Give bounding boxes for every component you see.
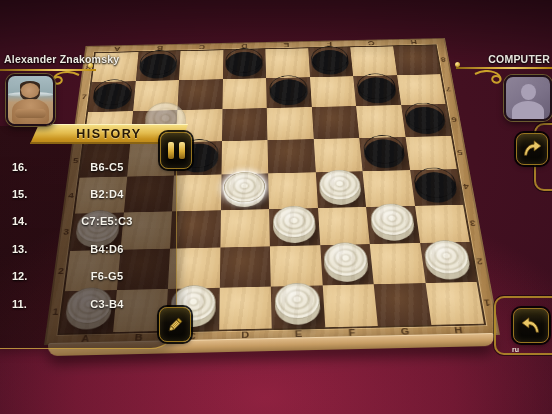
- history-row: 15.B2:D4: [0, 180, 176, 207]
- computer-avatar: [504, 75, 552, 121]
- square-c7[interactable]: [177, 79, 222, 110]
- square-d8[interactable]: [223, 49, 267, 79]
- square-h2[interactable]: [420, 242, 477, 283]
- computer-divider-dot: [455, 62, 460, 67]
- piece-black-a7[interactable]: [91, 83, 132, 110]
- person-silhouette-icon: [512, 101, 544, 121]
- file-label-c-top: C: [181, 43, 224, 51]
- piece-black-h4[interactable]: [413, 172, 459, 203]
- piece-black-g5[interactable]: [363, 139, 406, 169]
- piece-white-e1[interactable]: [274, 288, 320, 325]
- piece-black-h6[interactable]: [404, 106, 447, 134]
- move-text: C7:E5:C3: [38, 215, 176, 227]
- move-text: F6-G5: [38, 270, 176, 282]
- square-g2[interactable]: [370, 243, 425, 284]
- file-label-f-top: F: [307, 40, 350, 48]
- square-e8[interactable]: [265, 48, 309, 78]
- avatar-arms: [15, 109, 46, 118]
- square-g1[interactable]: [374, 283, 431, 326]
- piece-white-h2[interactable]: [424, 245, 473, 280]
- pause-icon: [168, 142, 174, 159]
- history-row: 13.B4:D6: [0, 235, 176, 262]
- file-label-a-top: A: [96, 45, 139, 53]
- square-f4[interactable]: [315, 171, 366, 207]
- piece-white-f4[interactable]: [319, 174, 363, 205]
- back-arrow-icon: [520, 315, 542, 337]
- square-g6[interactable]: [356, 105, 405, 138]
- pause-button[interactable]: [160, 132, 192, 169]
- player-divider-dot: [88, 63, 93, 68]
- history-row: 16.B6-C5: [0, 153, 176, 180]
- move-number: 14.: [12, 215, 38, 227]
- locale-label: ru: [512, 346, 519, 353]
- square-e6[interactable]: [267, 107, 314, 140]
- move-number: 12.: [12, 270, 38, 282]
- square-d3[interactable]: [220, 209, 270, 248]
- pause-icon: [179, 142, 185, 159]
- move-number: 15.: [12, 188, 38, 200]
- square-h5[interactable]: [405, 136, 457, 170]
- square-c4[interactable]: [172, 174, 221, 211]
- board-coordinates: AABBCCDDEEFFGGHH1122334455667788: [86, 38, 445, 46]
- square-h1[interactable]: [425, 282, 484, 325]
- square-f5[interactable]: [313, 138, 362, 173]
- square-e5[interactable]: [267, 139, 315, 174]
- square-d2[interactable]: [219, 246, 270, 287]
- file-label-g-top: G: [350, 39, 393, 47]
- square-d5[interactable]: [221, 140, 268, 175]
- square-f1[interactable]: [322, 284, 378, 327]
- piece-white-f2[interactable]: [323, 247, 369, 282]
- piece-black-e7[interactable]: [269, 79, 308, 106]
- history-list: 16.B6-C515.B2:D414.C7:E5:C313.B4:D612.F6…: [0, 153, 176, 317]
- square-d7[interactable]: [222, 78, 267, 109]
- square-g7[interactable]: [353, 75, 401, 106]
- piece-black-f8[interactable]: [311, 49, 350, 74]
- square-h6[interactable]: [401, 104, 451, 137]
- forward-arrow-icon: [521, 138, 543, 160]
- file-label-h-top: H: [392, 38, 435, 46]
- square-f8[interactable]: [308, 47, 353, 77]
- pencil-icon: [165, 315, 185, 335]
- share-button[interactable]: [516, 133, 548, 165]
- square-g5[interactable]: [359, 137, 409, 172]
- piece-white-d4[interactable]: [224, 176, 266, 207]
- undo-button[interactable]: [513, 308, 549, 343]
- file-label-d-top: D: [223, 42, 265, 50]
- computer-divider-line: [456, 67, 552, 69]
- square-g8[interactable]: [350, 46, 396, 76]
- file-label-e-top: E: [265, 41, 308, 49]
- player-name: Alexander Znakomsky: [4, 53, 119, 65]
- piece-black-d8[interactable]: [226, 51, 263, 76]
- square-e7[interactable]: [266, 77, 311, 108]
- square-f3[interactable]: [318, 207, 370, 246]
- square-d1[interactable]: [219, 286, 272, 330]
- square-e3[interactable]: [269, 208, 320, 247]
- computer-name: COMPUTER: [458, 53, 550, 65]
- square-f6[interactable]: [311, 106, 359, 139]
- move-text: C3-B4: [38, 298, 176, 310]
- square-f2[interactable]: [320, 244, 374, 285]
- square-a7[interactable]: [88, 81, 135, 112]
- game-screen: AABBCCDDEEFFGGHH1122334455667788 HISTORY…: [0, 0, 552, 414]
- square-b8[interactable]: [135, 51, 180, 81]
- square-d6[interactable]: [222, 108, 268, 141]
- move-number: 11.: [12, 298, 38, 310]
- edit-button[interactable]: [159, 307, 191, 342]
- move-text: B2:D4: [38, 188, 176, 200]
- square-f7[interactable]: [310, 76, 357, 107]
- person-silhouette-icon: [521, 84, 536, 100]
- piece-black-g7[interactable]: [356, 77, 397, 104]
- history-row: 12.F6-G5: [0, 263, 176, 290]
- move-number: 16.: [12, 161, 38, 173]
- file-label-b-top: B: [138, 44, 181, 52]
- square-e1[interactable]: [271, 285, 325, 328]
- square-e2[interactable]: [270, 245, 322, 286]
- move-number: 13.: [12, 243, 38, 255]
- gold-swirl-ornament: [474, 70, 508, 85]
- square-d4[interactable]: [221, 173, 270, 210]
- square-h8[interactable]: [393, 45, 440, 75]
- move-text: B6-C5: [38, 161, 176, 173]
- square-e4[interactable]: [268, 172, 317, 209]
- player-avatar: [6, 74, 55, 126]
- history-title: HISTORY: [76, 127, 141, 141]
- piece-white-g3[interactable]: [370, 208, 416, 241]
- square-c3[interactable]: [170, 210, 221, 249]
- square-h7[interactable]: [397, 74, 446, 105]
- history-row: 14.C7:E5:C3: [0, 208, 176, 235]
- move-text: B4:D6: [38, 243, 176, 255]
- square-h3[interactable]: [415, 204, 470, 243]
- square-c8[interactable]: [179, 50, 223, 80]
- history-row: 11.C3-B4: [0, 290, 176, 317]
- square-h4[interactable]: [410, 169, 463, 205]
- square-g4[interactable]: [363, 170, 415, 206]
- square-g3[interactable]: [366, 206, 420, 245]
- piece-black-b8[interactable]: [139, 53, 178, 79]
- piece-white-e3[interactable]: [272, 210, 316, 243]
